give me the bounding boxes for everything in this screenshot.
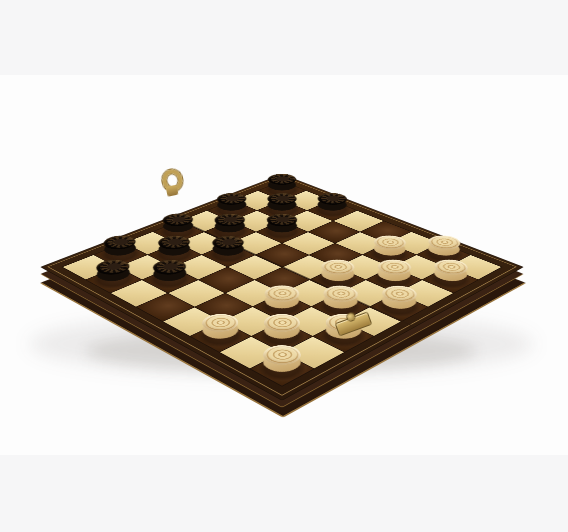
- board-square[interactable]: [142, 267, 197, 292]
- brass-hinge-hook: [156, 168, 183, 199]
- product-photo: [0, 0, 568, 532]
- light-piece[interactable]: [258, 283, 306, 306]
- light-piece[interactable]: [257, 311, 307, 336]
- hook-base: [166, 185, 179, 197]
